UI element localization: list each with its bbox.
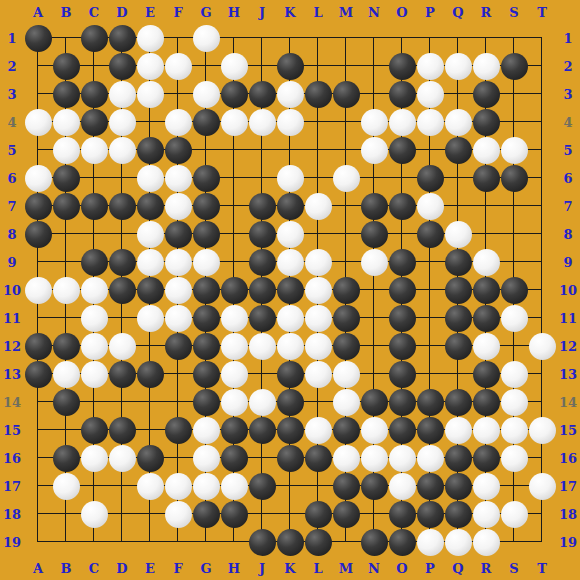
column-label: C [80,556,108,580]
black-stone [445,501,472,528]
white-stone [53,361,80,388]
white-stone [165,193,192,220]
black-stone [53,389,80,416]
column-label: E [136,556,164,580]
black-stone [361,529,388,556]
row-label: 1 [556,24,580,52]
black-stone [249,473,276,500]
black-stone [193,165,220,192]
black-stone [389,417,416,444]
white-stone [361,137,388,164]
white-stone [529,417,556,444]
white-stone [165,249,192,276]
white-stone [137,305,164,332]
black-stone [25,221,52,248]
white-stone [81,333,108,360]
white-stone [137,249,164,276]
black-stone [81,249,108,276]
black-stone [277,445,304,472]
black-stone [445,333,472,360]
column-label: R [472,0,500,24]
row-label: 11 [556,304,580,332]
white-stone [305,333,332,360]
white-stone [53,137,80,164]
black-stone [333,81,360,108]
black-stone [333,417,360,444]
black-stone [53,445,80,472]
black-stone [389,249,416,276]
white-stone [501,417,528,444]
black-stone [361,389,388,416]
white-stone [417,81,444,108]
black-stone [277,193,304,220]
white-stone [137,473,164,500]
column-label: L [304,556,332,580]
black-stone [249,193,276,220]
black-stone [193,501,220,528]
row-label: 4 [0,108,24,136]
white-stone [361,109,388,136]
black-stone [389,81,416,108]
white-stone [473,529,500,556]
stones-layer [24,24,556,556]
white-stone [193,417,220,444]
black-stone [417,221,444,248]
black-stone [249,221,276,248]
white-stone [277,305,304,332]
black-stone [53,193,80,220]
white-stone [389,445,416,472]
column-label: D [108,0,136,24]
row-label: 3 [0,80,24,108]
column-label: F [164,556,192,580]
column-label: S [500,556,528,580]
black-stone [473,277,500,304]
white-stone [333,361,360,388]
white-stone [277,109,304,136]
column-label: P [416,0,444,24]
black-stone [445,277,472,304]
white-stone [473,501,500,528]
white-stone [501,361,528,388]
column-label: A [24,556,52,580]
white-stone [305,193,332,220]
black-stone [277,529,304,556]
black-stone [53,165,80,192]
white-stone [25,165,52,192]
row-label: 8 [556,220,580,248]
column-label: T [528,556,556,580]
row-label: 8 [0,220,24,248]
white-stone [109,81,136,108]
column-label: M [332,0,360,24]
black-stone [81,109,108,136]
row-label: 9 [556,248,580,276]
black-stone [81,81,108,108]
column-label: K [276,0,304,24]
row-labels-right: 12345678910111213141516171819 [556,24,580,556]
white-stone [221,389,248,416]
white-stone [25,109,52,136]
white-stone [473,473,500,500]
row-label: 19 [556,528,580,556]
white-stone [165,53,192,80]
white-stone [305,277,332,304]
white-stone [221,305,248,332]
black-stone [473,165,500,192]
white-stone [109,333,136,360]
row-label: 14 [556,388,580,416]
black-stone [109,53,136,80]
black-stone [389,333,416,360]
column-label: J [248,556,276,580]
black-stone [109,193,136,220]
black-stone [221,277,248,304]
black-stone [389,361,416,388]
white-stone [389,109,416,136]
black-stone [193,193,220,220]
black-stone [249,305,276,332]
black-stone [445,305,472,332]
black-stone [361,193,388,220]
column-label: N [360,0,388,24]
black-stone [445,249,472,276]
white-stone [417,529,444,556]
black-stone [221,501,248,528]
row-label: 5 [556,136,580,164]
black-stone [473,109,500,136]
black-stone [53,81,80,108]
white-stone [249,389,276,416]
white-stone [109,109,136,136]
column-label: H [220,556,248,580]
black-stone [249,277,276,304]
white-stone [277,221,304,248]
black-stone [137,137,164,164]
column-label: C [80,0,108,24]
black-stone [277,361,304,388]
white-stone [165,305,192,332]
column-label: F [164,0,192,24]
black-stone [221,445,248,472]
white-stone [529,473,556,500]
black-stone [193,109,220,136]
white-stone [305,417,332,444]
white-stone [501,445,528,472]
white-stone [53,277,80,304]
black-stone [445,389,472,416]
row-label: 12 [556,332,580,360]
column-label: H [220,0,248,24]
white-stone [137,165,164,192]
black-stone [109,25,136,52]
black-stone [109,277,136,304]
black-stone [417,473,444,500]
white-stone [109,445,136,472]
white-stone [193,445,220,472]
white-stone [305,305,332,332]
column-label: G [192,556,220,580]
black-stone [53,53,80,80]
row-label: 3 [556,80,580,108]
white-stone [473,333,500,360]
white-stone [361,249,388,276]
black-stone [501,277,528,304]
black-stone [417,501,444,528]
column-label: D [108,556,136,580]
black-stone [305,445,332,472]
black-stone [193,333,220,360]
black-stone [473,361,500,388]
white-stone [389,473,416,500]
row-label: 17 [556,472,580,500]
white-stone [81,501,108,528]
column-label: T [528,0,556,24]
black-stone [25,193,52,220]
black-stone [221,417,248,444]
white-stone [221,361,248,388]
black-stone [445,137,472,164]
black-stone [305,81,332,108]
row-label: 19 [0,528,24,556]
column-label: O [388,556,416,580]
white-stone [53,109,80,136]
black-stone [249,249,276,276]
white-stone [277,333,304,360]
white-stone [221,109,248,136]
black-stone [473,81,500,108]
white-stone [333,389,360,416]
black-stone [165,333,192,360]
white-stone [81,305,108,332]
white-stone [501,305,528,332]
white-stone [81,137,108,164]
column-label: G [192,0,220,24]
column-labels-bottom: ABCDEFGHJKLMNOPQRST [24,556,556,580]
white-stone [165,501,192,528]
white-stone [193,25,220,52]
white-stone [193,81,220,108]
black-stone [109,361,136,388]
white-stone [445,53,472,80]
row-label: 16 [0,444,24,472]
row-label: 9 [0,248,24,276]
black-stone [361,473,388,500]
black-stone [389,193,416,220]
white-stone [501,137,528,164]
black-stone [389,53,416,80]
white-stone [473,249,500,276]
white-stone [501,501,528,528]
black-stone [333,333,360,360]
black-stone [249,417,276,444]
row-label: 14 [0,388,24,416]
black-stone [333,277,360,304]
white-stone [109,137,136,164]
black-stone [137,445,164,472]
white-stone [445,221,472,248]
black-stone [81,193,108,220]
black-stone [473,305,500,332]
black-stone [389,137,416,164]
column-label: E [136,0,164,24]
black-stone [417,165,444,192]
row-label: 13 [0,360,24,388]
row-label: 4 [556,108,580,136]
white-stone [81,361,108,388]
black-stone [277,389,304,416]
white-stone [417,445,444,472]
column-label: P [416,556,444,580]
white-stone [221,53,248,80]
column-label: B [52,556,80,580]
white-stone [249,333,276,360]
white-stone [81,445,108,472]
white-stone [277,249,304,276]
black-stone [25,361,52,388]
black-stone [277,53,304,80]
black-stone [193,277,220,304]
black-stone [389,501,416,528]
white-stone [333,445,360,472]
row-label: 18 [0,500,24,528]
black-stone [277,277,304,304]
black-stone [81,417,108,444]
black-stone [165,137,192,164]
black-stone [53,333,80,360]
row-label: 7 [556,192,580,220]
white-stone [193,249,220,276]
row-label: 15 [0,416,24,444]
white-stone [81,277,108,304]
black-stone [193,389,220,416]
column-label: R [472,556,500,580]
white-stone [277,165,304,192]
black-stone [165,221,192,248]
white-stone [249,109,276,136]
go-board[interactable] [24,24,556,556]
row-label: 10 [556,276,580,304]
black-stone [193,361,220,388]
black-stone [137,361,164,388]
white-stone [361,445,388,472]
white-stone [165,473,192,500]
black-stone [137,277,164,304]
column-label: O [388,0,416,24]
black-stone [417,389,444,416]
white-stone [137,25,164,52]
black-stone [25,333,52,360]
black-stone [445,445,472,472]
black-stone [417,417,444,444]
black-stone [501,53,528,80]
white-stone [137,53,164,80]
column-label: K [276,556,304,580]
row-label: 10 [0,276,24,304]
column-label: N [360,556,388,580]
black-stone [193,221,220,248]
white-stone [221,473,248,500]
black-stone [305,501,332,528]
row-label: 7 [0,192,24,220]
row-label: 16 [556,444,580,472]
black-stone [445,473,472,500]
black-stone [473,445,500,472]
white-stone [137,81,164,108]
white-stone [165,109,192,136]
white-stone [501,389,528,416]
black-stone [389,305,416,332]
black-stone [193,305,220,332]
white-stone [137,221,164,248]
black-stone [277,417,304,444]
go-board-screenshot: ABCDEFGHJKLMNOPQRST ABCDEFGHJKLMNOPQRST … [0,0,580,580]
black-stone [81,25,108,52]
column-label: L [304,0,332,24]
white-stone [165,277,192,304]
row-label: 18 [556,500,580,528]
row-label: 6 [0,164,24,192]
row-label: 5 [0,136,24,164]
black-stone [333,305,360,332]
white-stone [473,53,500,80]
black-stone [137,193,164,220]
row-label: 17 [0,472,24,500]
white-stone [53,473,80,500]
white-stone [417,109,444,136]
row-label: 6 [556,164,580,192]
white-stone [361,417,388,444]
row-label: 2 [556,52,580,80]
column-label: S [500,0,528,24]
black-stone [221,81,248,108]
column-label: Q [444,556,472,580]
black-stone [305,529,332,556]
white-stone [305,361,332,388]
white-stone [445,109,472,136]
black-stone [389,277,416,304]
black-stone [25,25,52,52]
white-stone [445,529,472,556]
row-label: 13 [556,360,580,388]
black-stone [473,389,500,416]
white-stone [473,137,500,164]
column-label: M [332,556,360,580]
white-stone [193,473,220,500]
black-stone [333,473,360,500]
black-stone [389,389,416,416]
column-label: Q [444,0,472,24]
white-stone [277,81,304,108]
black-stone [501,165,528,192]
row-label: 1 [0,24,24,52]
row-label: 2 [0,52,24,80]
white-stone [25,277,52,304]
white-stone [165,165,192,192]
column-label: A [24,0,52,24]
black-stone [249,81,276,108]
white-stone [305,249,332,276]
black-stone [249,529,276,556]
column-labels-top: ABCDEFGHJKLMNOPQRST [24,0,556,24]
black-stone [333,501,360,528]
white-stone [473,417,500,444]
white-stone [417,53,444,80]
black-stone [109,417,136,444]
white-stone [221,333,248,360]
row-label: 15 [556,416,580,444]
black-stone [361,221,388,248]
